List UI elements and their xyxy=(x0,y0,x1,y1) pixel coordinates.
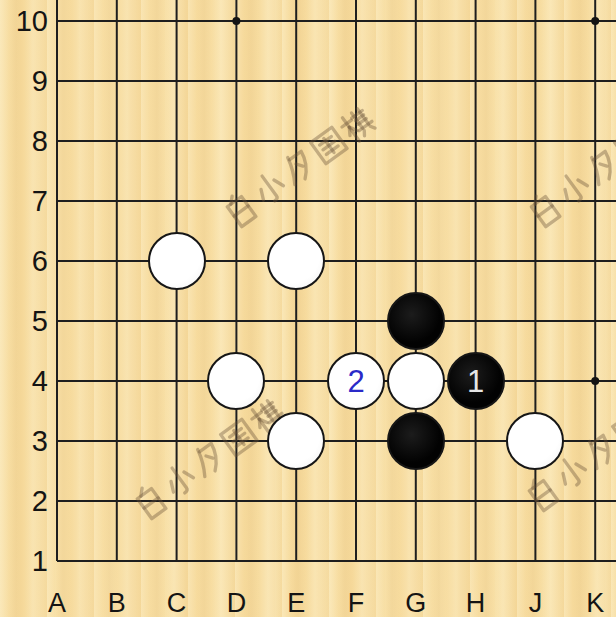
column-label-A: A xyxy=(35,588,79,617)
row-label-9: 9 xyxy=(2,65,48,97)
column-label-K: K xyxy=(573,588,616,617)
column-label-F: F xyxy=(334,588,378,617)
stone-E6 xyxy=(267,232,325,290)
stone-G3 xyxy=(387,412,445,470)
star-point-K4 xyxy=(591,377,599,385)
row-label-3: 3 xyxy=(2,425,48,457)
star-point-D10 xyxy=(232,17,240,25)
row-label-10: 10 xyxy=(2,5,48,37)
watermark-text-2 xyxy=(494,86,616,246)
row-label-1: 1 xyxy=(2,545,48,577)
row-label-7: 7 xyxy=(2,185,48,217)
move-number-label: 1 xyxy=(467,366,484,397)
star-point-K10 xyxy=(591,17,599,25)
column-label-C: C xyxy=(155,588,199,617)
row-label-4: 4 xyxy=(2,365,48,397)
row-label-6: 6 xyxy=(2,245,48,277)
column-label-B: B xyxy=(95,588,139,617)
go-board[interactable]: 21 10987654321 ABCDEFGHJK xyxy=(0,0,616,617)
move-2-stone-F4: 2 xyxy=(327,352,385,410)
move-number-label: 2 xyxy=(347,366,364,397)
board-grid xyxy=(0,0,616,617)
stone-G4 xyxy=(387,352,445,410)
column-label-E: E xyxy=(274,588,318,617)
column-label-D: D xyxy=(214,588,258,617)
move-1-stone-H4: 1 xyxy=(447,352,505,410)
stone-C6 xyxy=(148,232,206,290)
column-label-J: J xyxy=(513,588,557,617)
row-label-8: 8 xyxy=(2,125,48,157)
stone-J3 xyxy=(506,412,564,470)
row-label-5: 5 xyxy=(2,305,48,337)
column-label-G: G xyxy=(394,588,438,617)
row-label-2: 2 xyxy=(2,485,48,517)
watermark-text-1 xyxy=(190,86,410,246)
stone-E3 xyxy=(267,412,325,470)
stone-D4 xyxy=(207,352,265,410)
column-label-H: H xyxy=(454,588,498,617)
stone-G5 xyxy=(387,292,445,350)
